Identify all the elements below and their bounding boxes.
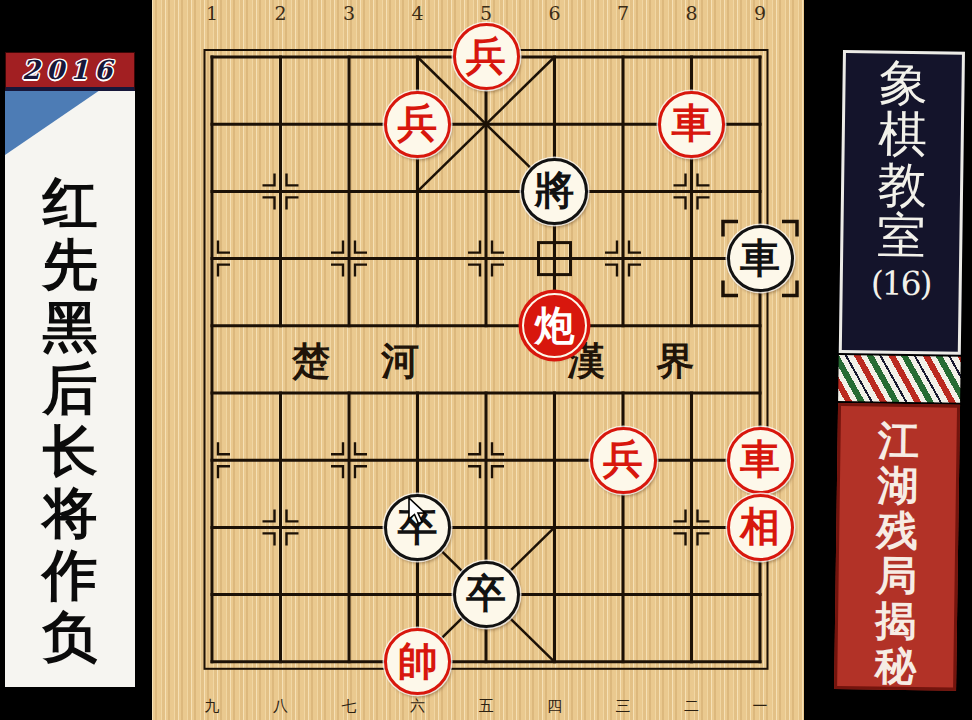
piece-red-pawn[interactable]: 兵 (453, 23, 520, 90)
piece-char: 將 (535, 170, 575, 212)
file-label: 9 (726, 2, 795, 24)
rank-label: 三 (589, 697, 658, 716)
episode-number: (16) (871, 263, 931, 303)
piece-char: 兵 (466, 36, 506, 78)
file-label: 2 (246, 2, 315, 24)
piece-char: 車 (672, 103, 712, 145)
rank-label: 八 (246, 697, 315, 716)
rank-label: 二 (657, 697, 726, 716)
piece-char: 車 (740, 238, 780, 280)
piece-char: 兵 (603, 439, 643, 481)
banner-char: 残 (876, 509, 918, 555)
banner-char: 红 (43, 175, 98, 230)
file-label: 6 (520, 2, 589, 24)
banner-char: 棋 (878, 109, 928, 161)
piece-red-rook[interactable]: 車 (727, 427, 794, 494)
year-label: 2016 (22, 55, 118, 85)
file-label: 3 (315, 2, 384, 24)
banner-char: 湖 (877, 464, 919, 510)
subtitle-text: 江湖残局揭秘 (875, 419, 920, 688)
blue-wedge-decoration (5, 91, 135, 155)
rank-label: 一 (726, 697, 795, 716)
xiangqi-board[interactable]: 123456789 九八七六五四三二一 楚 河 漢 界 兵兵車將車炮兵車卒相卒帥 (152, 0, 804, 720)
series-title-text: 象棋教室 (877, 59, 929, 263)
piece-black-pawn[interactable]: 卒 (453, 561, 520, 628)
xiangqi-lesson-screen: { "game": "xiangqi (Chinese chess)", "po… (0, 0, 972, 720)
banner-char: 教 (877, 160, 927, 212)
banner-char: 局 (876, 554, 918, 600)
rank-label: 七 (315, 697, 384, 716)
banner-char: 将 (43, 485, 98, 540)
piece-red-pawn[interactable]: 兵 (590, 427, 657, 494)
piece-char: 兵 (398, 103, 438, 145)
piece-red-cannon[interactable]: 炮 (522, 293, 587, 358)
piece-char: 炮 (535, 305, 575, 347)
piece-red-pawn[interactable]: 兵 (384, 91, 451, 158)
banner-char: 江 (878, 419, 920, 465)
banner-char: 负 (43, 609, 98, 664)
right-banner: 象棋教室 (16) 江湖残局揭秘 (834, 50, 965, 691)
file-label: 4 (383, 2, 452, 24)
rank-label: 四 (520, 697, 589, 716)
banner-char: 黑 (43, 299, 98, 354)
piece-char: 帥 (398, 641, 438, 683)
board-grid[interactable]: 兵兵車將車炮兵車卒相卒帥 (178, 23, 795, 695)
year-bar: 2016 (5, 52, 135, 91)
piece-red-elephant[interactable]: 相 (727, 494, 794, 561)
rank-label: 五 (452, 697, 521, 716)
piece-red-king[interactable]: 帥 (384, 628, 451, 695)
file-label: 7 (589, 2, 658, 24)
banner-char: 先 (43, 237, 98, 292)
subtitle-panel: 江湖残局揭秘 (834, 403, 960, 691)
banner-char: 秘 (875, 644, 917, 690)
series-title-panel: 象棋教室 (16) (839, 50, 965, 355)
piece-black-rook[interactable]: 車 (727, 225, 794, 292)
file-labels-top: 123456789 (178, 2, 795, 24)
calligraphy-panel: 红先黑后长将作负 (5, 91, 135, 687)
left-banner-text: 红先黑后长将作负 (5, 175, 135, 664)
left-banner: 2016 红先黑后长将作负 (5, 52, 135, 687)
banner-char: 长 (43, 423, 98, 478)
file-label: 5 (452, 2, 521, 24)
banner-char: 象 (879, 59, 929, 111)
piece-char: 相 (740, 506, 780, 548)
piece-red-rook[interactable]: 車 (658, 91, 725, 158)
banner-char: 揭 (875, 599, 917, 645)
mouse-cursor-icon (408, 497, 430, 531)
rank-label: 九 (178, 697, 247, 716)
file-labels-bottom: 九八七六五四三二一 (178, 697, 795, 716)
file-label: 8 (657, 2, 726, 24)
banner-char: 室 (877, 211, 927, 263)
piece-char: 卒 (466, 573, 506, 615)
banner-char: 作 (43, 547, 98, 602)
piece-char: 車 (740, 439, 780, 481)
banner-char: 后 (43, 361, 98, 416)
rank-label: 六 (383, 697, 452, 716)
piece-black-king[interactable]: 將 (521, 158, 588, 225)
stripe-decoration (838, 355, 961, 403)
file-label: 1 (178, 2, 247, 24)
